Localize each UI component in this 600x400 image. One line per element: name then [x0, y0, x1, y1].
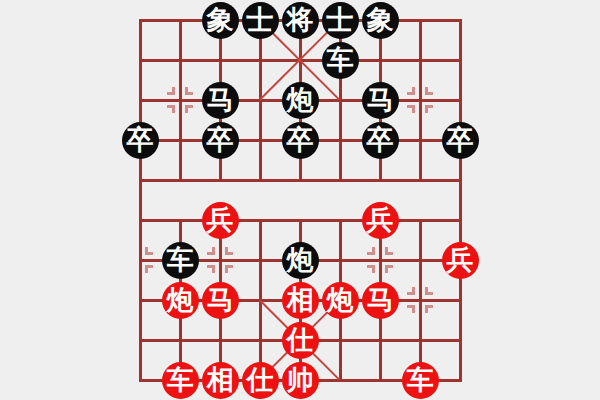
piece-black-advisor[interactable]: 士: [242, 2, 279, 39]
piece-black-general[interactable]: 将: [282, 2, 319, 39]
point-marker: [225, 265, 228, 273]
point-marker: [172, 105, 175, 113]
piece-black-chariot[interactable]: 车: [162, 242, 199, 279]
piece-black-cannon[interactable]: 炮: [282, 82, 319, 119]
board-file-line: [419, 19, 422, 182]
piece-black-soldier[interactable]: 卒: [362, 122, 399, 159]
point-marker: [145, 247, 148, 255]
piece-black-soldier[interactable]: 卒: [442, 122, 479, 159]
point-marker: [145, 265, 148, 273]
point-marker: [412, 87, 415, 95]
piece-black-horse[interactable]: 马: [362, 82, 399, 119]
piece-black-soldier[interactable]: 卒: [282, 122, 319, 159]
piece-red-soldier[interactable]: 兵: [362, 202, 399, 239]
point-marker: [172, 87, 175, 95]
point-marker: [425, 287, 428, 295]
point-marker: [385, 247, 388, 255]
piece-black-advisor[interactable]: 士: [322, 2, 359, 39]
piece-red-elephant[interactable]: 相: [282, 282, 319, 319]
piece-red-chariot[interactable]: 车: [402, 362, 439, 399]
piece-red-general[interactable]: 帅: [282, 362, 319, 399]
piece-black-chariot[interactable]: 车: [322, 42, 359, 79]
point-marker: [185, 105, 188, 113]
piece-red-horse[interactable]: 马: [362, 282, 399, 319]
point-marker: [412, 305, 415, 313]
point-marker: [185, 87, 188, 95]
point-marker: [212, 265, 215, 273]
piece-red-horse[interactable]: 马: [202, 282, 239, 319]
point-marker: [372, 265, 375, 273]
piece-red-elephant[interactable]: 相: [202, 362, 239, 399]
piece-black-horse[interactable]: 马: [202, 82, 239, 119]
piece-black-cannon[interactable]: 炮: [282, 242, 319, 279]
point-marker: [412, 287, 415, 295]
piece-red-soldier[interactable]: 兵: [442, 242, 479, 279]
board-file-line: [179, 19, 182, 182]
point-marker: [412, 105, 415, 113]
piece-red-advisor[interactable]: 仕: [282, 322, 319, 359]
piece-black-soldier[interactable]: 卒: [202, 122, 239, 159]
piece-black-soldier[interactable]: 卒: [122, 122, 159, 159]
point-marker: [385, 265, 388, 273]
point-marker: [225, 247, 228, 255]
piece-red-cannon[interactable]: 炮: [162, 282, 199, 319]
point-marker: [372, 247, 375, 255]
point-marker: [425, 105, 428, 113]
point-marker: [212, 247, 215, 255]
piece-red-chariot[interactable]: 车: [162, 362, 199, 399]
point-marker: [425, 305, 428, 313]
board-file-line: [419, 219, 422, 382]
board-file-line: [139, 19, 142, 382]
point-marker: [425, 87, 428, 95]
piece-red-soldier[interactable]: 兵: [202, 202, 239, 239]
piece-red-cannon[interactable]: 炮: [322, 282, 359, 319]
piece-black-elephant[interactable]: 象: [362, 2, 399, 39]
piece-red-advisor[interactable]: 仕: [242, 362, 279, 399]
board-file-line: [459, 19, 462, 382]
app-background: 象士将士象车马炮马卒卒卒卒卒兵兵车炮兵炮马相炮马仕车相仕帅车: [0, 0, 600, 400]
piece-black-elephant[interactable]: 象: [202, 2, 239, 39]
xiangqi-board[interactable]: 象士将士象车马炮马卒卒卒卒卒兵兵车炮兵炮马相炮马仕车相仕帅车: [0, 0, 600, 400]
